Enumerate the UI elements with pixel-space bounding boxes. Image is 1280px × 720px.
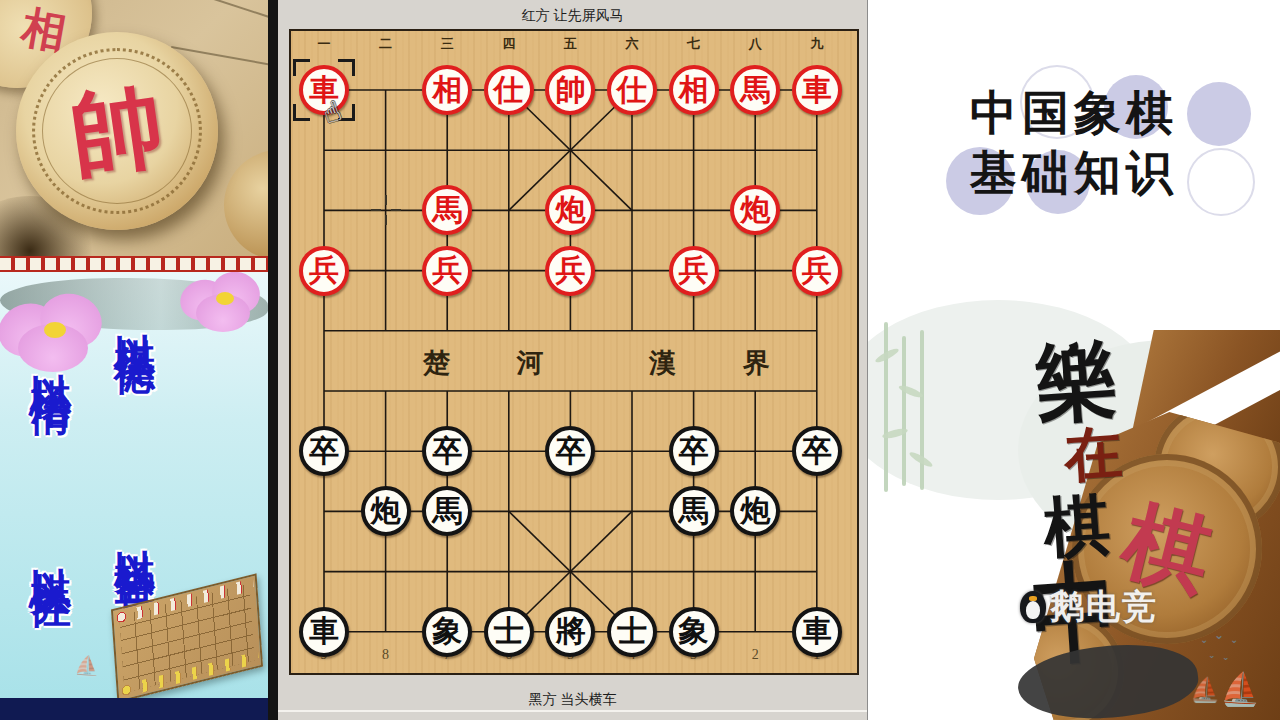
file-label-top: 八 xyxy=(749,35,762,53)
bird-icon: ⌄ xyxy=(1208,650,1216,660)
right-info-panel: 中国象棋 基础知识 棋 樂 在 棋 中 鹅电竞 ⌄ ⌄ xyxy=(868,0,1280,720)
piece-black-車[interactable]: 車 xyxy=(299,607,349,657)
photo-piece-shuai-glyph: 帥 xyxy=(3,19,231,243)
bamboo-stalk xyxy=(884,322,888,492)
file-label-top: 五 xyxy=(564,35,577,53)
piece-black-卒[interactable]: 卒 xyxy=(545,426,595,476)
point-marker xyxy=(371,195,401,225)
piece-black-馬[interactable]: 馬 xyxy=(422,486,472,536)
mini-board-image xyxy=(111,573,263,698)
slogan-yi-qi-cu-de: 以棋促德 xyxy=(108,300,163,328)
piece-black-將[interactable]: 將 xyxy=(545,607,595,657)
piece-red-馬[interactable]: 馬 xyxy=(422,185,472,235)
file-label-top: 二 xyxy=(379,35,392,53)
panel-divider xyxy=(268,0,278,720)
bird-icon: ⌄ xyxy=(1222,652,1230,662)
piece-black-卒[interactable]: 卒 xyxy=(422,426,472,476)
piece-red-仕[interactable]: 仕 xyxy=(484,65,534,115)
bamboo-stalk xyxy=(920,330,924,490)
piece-black-士[interactable]: 士 xyxy=(484,607,534,657)
xiangqi-game-window: 红方 让先屏风马 一二三四五六七八九 987654321 楚 河 漢 界 車相仕… xyxy=(278,0,868,720)
piece-red-炮[interactable]: 炮 xyxy=(545,185,595,235)
piece-red-相[interactable]: 相 xyxy=(422,65,472,115)
photo-piece-shuai: 帥 xyxy=(16,32,218,230)
slogan-yi-qi-yang-xing: 以棋养性 xyxy=(24,534,79,562)
piece-black-炮[interactable]: 炮 xyxy=(361,486,411,536)
piece-red-兵[interactable]: 兵 xyxy=(545,246,595,296)
piece-red-兵[interactable]: 兵 xyxy=(422,246,472,296)
boat-icon: ⛵ xyxy=(74,654,99,678)
sailboat-icon: ⛵ xyxy=(1220,670,1260,708)
piece-black-卒[interactable]: 卒 xyxy=(299,426,349,476)
piece-red-車[interactable]: 車 xyxy=(792,65,842,115)
red-side-status: 红方 让先屏风马 xyxy=(278,7,867,25)
piece-red-仕[interactable]: 仕 xyxy=(607,65,657,115)
piece-red-相[interactable]: 相 xyxy=(669,65,719,115)
left-panel-footer xyxy=(0,698,268,720)
piece-red-兵[interactable]: 兵 xyxy=(792,246,842,296)
slogan-area: 以棋促德 以棋益智 以棋冶情 以棋养性 ⛵ xyxy=(0,272,268,698)
bird-icon: ⌄ xyxy=(1200,634,1208,645)
window-bevel xyxy=(278,710,867,712)
photo-piece-side xyxy=(224,150,268,256)
xiangqi-board[interactable]: 一二三四五六七八九 987654321 楚 河 漢 界 車相仕帥仕相馬車馬炮炮兵… xyxy=(289,29,859,675)
watermark-text: 鹅电竞 xyxy=(1050,584,1158,630)
file-label-bottom: 8 xyxy=(382,647,389,663)
xiangqi-pieces-photo: 相 帥 xyxy=(0,0,268,256)
black-side-status: 黑方 当头横车 xyxy=(278,691,867,709)
piece-red-炮[interactable]: 炮 xyxy=(730,185,780,235)
piece-black-象[interactable]: 象 xyxy=(669,607,719,657)
sailboat-icon: ⛵ xyxy=(1190,676,1220,704)
file-label-top: 四 xyxy=(502,35,515,53)
piece-black-卒[interactable]: 卒 xyxy=(669,426,719,476)
file-label-bottom: 2 xyxy=(752,647,759,663)
piece-black-馬[interactable]: 馬 xyxy=(669,486,719,536)
river-text-chu-he: 楚 河 xyxy=(423,345,574,381)
file-label-top: 三 xyxy=(441,35,454,53)
piece-red-帥[interactable]: 帥 xyxy=(545,65,595,115)
file-label-top: 九 xyxy=(810,35,823,53)
file-label-top: 一 xyxy=(318,35,331,53)
file-label-top: 六 xyxy=(626,35,639,53)
river-text-han-jie: 漢 界 xyxy=(649,345,800,381)
slogan-yi-qi-yi-zhi: 以棋益智 xyxy=(108,516,163,544)
bird-icon: ⌄ xyxy=(1230,634,1238,645)
title-line-1: 中国象棋 xyxy=(868,82,1280,145)
piece-black-炮[interactable]: 炮 xyxy=(730,486,780,536)
piece-black-車[interactable]: 車 xyxy=(792,607,842,657)
bamboo-stalk xyxy=(902,336,906,486)
title-line-2: 基础知识 xyxy=(868,142,1280,205)
piece-red-馬[interactable]: 馬 xyxy=(730,65,780,115)
piece-red-兵[interactable]: 兵 xyxy=(299,246,349,296)
left-poster-panel: 相 帥 以棋促德 以棋益智 xyxy=(0,0,268,720)
screenshot-stage: 相 帥 以棋促德 以棋益智 xyxy=(0,0,1280,720)
lotus-flower-right xyxy=(178,272,268,342)
penguin-icon xyxy=(1020,591,1046,623)
watermark: 鹅电竞 xyxy=(1020,584,1158,630)
piece-black-象[interactable]: 象 xyxy=(422,607,472,657)
piece-black-士[interactable]: 士 xyxy=(607,607,657,657)
piece-black-卒[interactable]: 卒 xyxy=(792,426,842,476)
bird-icon: ⌄ xyxy=(1214,628,1224,642)
slogan-yi-qi-ye-qing: 以棋冶情 xyxy=(24,340,79,368)
piece-red-兵[interactable]: 兵 xyxy=(669,246,719,296)
lattice-border-top xyxy=(0,256,268,272)
file-label-top: 七 xyxy=(687,35,700,53)
